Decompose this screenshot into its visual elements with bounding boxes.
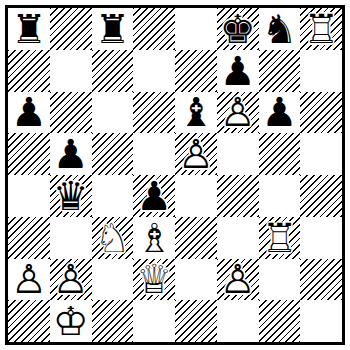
square-b6[interactable]	[50, 92, 92, 134]
piece-black-pawn: ♟	[133, 175, 175, 217]
white-bishop-halo: ♝	[133, 217, 175, 259]
square-c5[interactable]	[92, 133, 134, 175]
square-g5[interactable]	[259, 133, 301, 175]
piece-white-rook: ♖	[259, 217, 301, 259]
square-d4[interactable]: ♟♟	[133, 175, 175, 217]
square-e2[interactable]	[175, 259, 217, 301]
chess-diagram-page: ♜♜♜♜♚♚♞♞♜♖♟♟♟♟♝♝♟♙♟♟♟♟♟♙♛♛♟♟♞♘♝♗♜♖♟♙♟♙♛♕…	[0, 0, 350, 350]
piece-black-knight: ♞	[259, 8, 301, 50]
square-f1[interactable]	[217, 300, 259, 342]
white-queen-halo: ♛	[133, 259, 175, 301]
square-d6[interactable]	[133, 92, 175, 134]
square-e5[interactable]: ♟♙	[175, 133, 217, 175]
square-c1[interactable]	[92, 300, 134, 342]
square-c4[interactable]	[92, 175, 134, 217]
square-f4[interactable]	[217, 175, 259, 217]
piece-black-bishop: ♝	[175, 92, 217, 134]
white-pawn-halo: ♟	[175, 133, 217, 175]
square-c8[interactable]: ♜♜	[92, 8, 134, 50]
piece-black-pawn: ♟	[8, 92, 50, 134]
square-e1[interactable]	[175, 300, 217, 342]
square-e6[interactable]: ♝♝	[175, 92, 217, 134]
square-g4[interactable]	[259, 175, 301, 217]
square-b8[interactable]	[50, 8, 92, 50]
square-e7[interactable]	[175, 50, 217, 92]
white-rook-halo: ♜	[300, 8, 342, 50]
chessboard-frame: ♜♜♜♜♚♚♞♞♜♖♟♟♟♟♝♝♟♙♟♟♟♟♟♙♛♛♟♟♞♘♝♗♜♖♟♙♟♙♛♕…	[5, 5, 345, 345]
piece-black-pawn: ♟	[50, 133, 92, 175]
square-b4[interactable]: ♛♛	[50, 175, 92, 217]
piece-white-pawn: ♙	[175, 133, 217, 175]
black-rook-halo: ♜	[8, 8, 50, 50]
square-h8[interactable]: ♜♖	[300, 8, 342, 50]
square-h3[interactable]	[300, 217, 342, 259]
piece-white-pawn: ♙	[50, 259, 92, 301]
square-e8[interactable]	[175, 8, 217, 50]
square-a4[interactable]	[8, 175, 50, 217]
square-a7[interactable]	[8, 50, 50, 92]
white-knight-halo: ♞	[92, 217, 134, 259]
piece-white-pawn: ♙	[8, 259, 50, 301]
square-d1[interactable]	[133, 300, 175, 342]
square-b3[interactable]	[50, 217, 92, 259]
square-h7[interactable]	[300, 50, 342, 92]
square-e3[interactable]	[175, 217, 217, 259]
square-a8[interactable]: ♜♜	[8, 8, 50, 50]
square-b7[interactable]	[50, 50, 92, 92]
square-e4[interactable]	[175, 175, 217, 217]
square-a5[interactable]	[8, 133, 50, 175]
square-f8[interactable]: ♚♚	[217, 8, 259, 50]
black-queen-halo: ♛	[50, 175, 92, 217]
square-f6[interactable]: ♟♙	[217, 92, 259, 134]
square-h2[interactable]	[300, 259, 342, 301]
piece-white-queen: ♕	[133, 259, 175, 301]
piece-white-pawn: ♙	[217, 259, 259, 301]
piece-white-king: ♔	[50, 300, 92, 342]
square-f3[interactable]	[217, 217, 259, 259]
square-g3[interactable]: ♜♖	[259, 217, 301, 259]
black-rook-halo: ♜	[92, 8, 134, 50]
piece-white-rook: ♖	[300, 8, 342, 50]
white-king-halo: ♚	[50, 300, 92, 342]
square-a6[interactable]: ♟♟	[8, 92, 50, 134]
square-h5[interactable]	[300, 133, 342, 175]
square-g6[interactable]: ♟♟	[259, 92, 301, 134]
piece-black-rook: ♜	[92, 8, 134, 50]
square-c2[interactable]	[92, 259, 134, 301]
square-g1[interactable]	[259, 300, 301, 342]
piece-black-pawn: ♟	[259, 92, 301, 134]
piece-white-knight: ♘	[92, 217, 134, 259]
square-d2[interactable]: ♛♕	[133, 259, 175, 301]
piece-black-queen: ♛	[50, 175, 92, 217]
piece-white-bishop: ♗	[133, 217, 175, 259]
square-h1[interactable]	[300, 300, 342, 342]
square-b5[interactable]: ♟♟	[50, 133, 92, 175]
square-c6[interactable]	[92, 92, 134, 134]
square-g2[interactable]	[259, 259, 301, 301]
black-pawn-halo: ♟	[133, 175, 175, 217]
square-d5[interactable]	[133, 133, 175, 175]
square-f7[interactable]: ♟♟	[217, 50, 259, 92]
black-pawn-halo: ♟	[217, 50, 259, 92]
white-pawn-halo: ♟	[217, 92, 259, 134]
square-d7[interactable]	[133, 50, 175, 92]
black-pawn-halo: ♟	[259, 92, 301, 134]
square-a3[interactable]	[8, 217, 50, 259]
black-pawn-halo: ♟	[50, 133, 92, 175]
square-h4[interactable]	[300, 175, 342, 217]
square-c7[interactable]	[92, 50, 134, 92]
square-a1[interactable]	[8, 300, 50, 342]
square-d3[interactable]: ♝♗	[133, 217, 175, 259]
piece-black-pawn: ♟	[217, 50, 259, 92]
white-pawn-halo: ♟	[50, 259, 92, 301]
piece-black-king: ♚	[217, 8, 259, 50]
piece-black-rook: ♜	[8, 8, 50, 50]
square-b2[interactable]: ♟♙	[50, 259, 92, 301]
white-rook-halo: ♜	[259, 217, 301, 259]
black-knight-halo: ♞	[259, 8, 301, 50]
chessboard: ♜♜♜♜♚♚♞♞♜♖♟♟♟♟♝♝♟♙♟♟♟♟♟♙♛♛♟♟♞♘♝♗♜♖♟♙♟♙♛♕…	[8, 8, 342, 342]
black-pawn-halo: ♟	[8, 92, 50, 134]
square-g8[interactable]: ♞♞	[259, 8, 301, 50]
black-bishop-halo: ♝	[175, 92, 217, 134]
piece-white-pawn: ♙	[217, 92, 259, 134]
square-a2[interactable]: ♟♙	[8, 259, 50, 301]
black-king-halo: ♚	[217, 8, 259, 50]
square-b1[interactable]: ♚♔	[50, 300, 92, 342]
square-f5[interactable]	[217, 133, 259, 175]
square-h6[interactable]	[300, 92, 342, 134]
square-g7[interactable]	[259, 50, 301, 92]
square-d8[interactable]	[133, 8, 175, 50]
white-pawn-halo: ♟	[217, 259, 259, 301]
square-c3[interactable]: ♞♘	[92, 217, 134, 259]
white-pawn-halo: ♟	[8, 259, 50, 301]
square-f2[interactable]: ♟♙	[217, 259, 259, 301]
